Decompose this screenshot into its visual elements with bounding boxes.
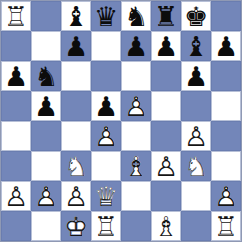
square-b7[interactable] xyxy=(31,31,61,61)
square-f3[interactable]: ♟♙ xyxy=(151,151,181,181)
square-b3[interactable] xyxy=(31,151,61,181)
black-rook[interactable]: ♜ xyxy=(151,1,181,31)
square-d7[interactable] xyxy=(91,31,121,61)
square-b1[interactable] xyxy=(31,211,61,241)
square-a1[interactable] xyxy=(1,211,31,241)
white-pawn[interactable]: ♟♙ xyxy=(181,121,211,151)
square-a8[interactable]: ♜♖ xyxy=(1,1,31,31)
square-b8[interactable] xyxy=(31,1,61,31)
black-pawn[interactable]: ♟ xyxy=(121,31,151,61)
square-d3[interactable] xyxy=(91,151,121,181)
white-pawn[interactable]: ♟♙ xyxy=(211,181,241,211)
square-d6[interactable] xyxy=(91,61,121,91)
square-b5[interactable]: ♟ xyxy=(31,91,61,121)
square-c7[interactable]: ♟ xyxy=(61,31,91,61)
white-king[interactable]: ♚♔ xyxy=(61,211,91,241)
white-pawn[interactable]: ♟♙ xyxy=(151,151,181,181)
square-h2[interactable]: ♟♙ xyxy=(211,181,241,211)
square-f4[interactable] xyxy=(151,121,181,151)
white-bishop[interactable]: ♝♗ xyxy=(121,151,151,181)
square-h3[interactable] xyxy=(211,151,241,181)
white-rook[interactable]: ♜♖ xyxy=(211,211,241,241)
square-b6[interactable]: ♞ xyxy=(31,61,61,91)
square-h8[interactable] xyxy=(211,1,241,31)
square-e6[interactable] xyxy=(121,61,151,91)
white-rook[interactable]: ♜♖ xyxy=(1,1,31,31)
white-rook[interactable]: ♜♖ xyxy=(91,211,121,241)
square-a2[interactable]: ♟♙ xyxy=(1,181,31,211)
white-pawn[interactable]: ♟♙ xyxy=(91,121,121,151)
black-knight[interactable]: ♞ xyxy=(31,61,61,91)
square-a6[interactable]: ♟ xyxy=(1,61,31,91)
square-g4[interactable]: ♟♙ xyxy=(181,121,211,151)
square-e7[interactable]: ♟ xyxy=(121,31,151,61)
square-a5[interactable] xyxy=(1,91,31,121)
square-g8[interactable]: ♚ xyxy=(181,1,211,31)
square-c2[interactable]: ♟♙ xyxy=(61,181,91,211)
square-d4[interactable]: ♟♙ xyxy=(91,121,121,151)
white-knight[interactable]: ♞♘ xyxy=(61,151,91,181)
black-pawn[interactable]: ♟ xyxy=(31,91,61,121)
white-knight[interactable]: ♞♘ xyxy=(181,151,211,181)
square-c1[interactable]: ♚♔ xyxy=(61,211,91,241)
black-pawn[interactable]: ♟ xyxy=(61,31,91,61)
white-pawn[interactable]: ♟♙ xyxy=(31,181,61,211)
square-g5[interactable] xyxy=(181,91,211,121)
white-bishop[interactable]: ♝♗ xyxy=(151,211,181,241)
square-g2[interactable] xyxy=(181,181,211,211)
white-pawn[interactable]: ♟♙ xyxy=(121,91,151,121)
square-c3[interactable]: ♞♘ xyxy=(61,151,91,181)
square-g6[interactable]: ♟ xyxy=(181,61,211,91)
black-pawn[interactable]: ♟ xyxy=(1,61,31,91)
square-h6[interactable] xyxy=(211,61,241,91)
square-e5[interactable]: ♟♙ xyxy=(121,91,151,121)
square-a4[interactable] xyxy=(1,121,31,151)
square-h5[interactable] xyxy=(211,91,241,121)
square-h1[interactable]: ♜♖ xyxy=(211,211,241,241)
square-a3[interactable] xyxy=(1,151,31,181)
square-c4[interactable] xyxy=(61,121,91,151)
square-e2[interactable] xyxy=(121,181,151,211)
square-b2[interactable]: ♟♙ xyxy=(31,181,61,211)
square-g3[interactable]: ♞♘ xyxy=(181,151,211,181)
black-bishop[interactable]: ♝ xyxy=(181,31,211,61)
square-f8[interactable]: ♜ xyxy=(151,1,181,31)
black-queen[interactable]: ♛ xyxy=(91,1,121,31)
square-f1[interactable]: ♝♗ xyxy=(151,211,181,241)
black-pawn[interactable]: ♟ xyxy=(211,31,241,61)
chess-board: ♜♖♝♛♞♜♚♟♟♟♝♟♟♞♟♟♟♟♙♟♙♟♙♞♘♝♗♟♙♞♘♟♙♟♙♟♙♛♕♟… xyxy=(0,0,242,242)
square-c5[interactable] xyxy=(61,91,91,121)
white-pawn[interactable]: ♟♙ xyxy=(61,181,91,211)
square-f2[interactable] xyxy=(151,181,181,211)
square-c6[interactable] xyxy=(61,61,91,91)
black-bishop[interactable]: ♝ xyxy=(61,1,91,31)
square-e8[interactable]: ♞ xyxy=(121,1,151,31)
black-pawn[interactable]: ♟ xyxy=(181,61,211,91)
square-d8[interactable]: ♛ xyxy=(91,1,121,31)
square-g1[interactable] xyxy=(181,211,211,241)
square-e3[interactable]: ♝♗ xyxy=(121,151,151,181)
square-f7[interactable]: ♟ xyxy=(151,31,181,61)
square-f5[interactable] xyxy=(151,91,181,121)
black-king[interactable]: ♚ xyxy=(181,1,211,31)
square-e4[interactable] xyxy=(121,121,151,151)
black-knight[interactable]: ♞ xyxy=(121,1,151,31)
square-h4[interactable] xyxy=(211,121,241,151)
square-c8[interactable]: ♝ xyxy=(61,1,91,31)
square-d1[interactable]: ♜♖ xyxy=(91,211,121,241)
square-f6[interactable] xyxy=(151,61,181,91)
square-g7[interactable]: ♝ xyxy=(181,31,211,61)
black-pawn[interactable]: ♟ xyxy=(151,31,181,61)
square-h7[interactable]: ♟ xyxy=(211,31,241,61)
white-queen[interactable]: ♛♕ xyxy=(91,181,121,211)
white-pawn[interactable]: ♟♙ xyxy=(1,181,31,211)
square-a7[interactable] xyxy=(1,31,31,61)
square-d5[interactable]: ♟ xyxy=(91,91,121,121)
square-d2[interactable]: ♛♕ xyxy=(91,181,121,211)
square-b4[interactable] xyxy=(31,121,61,151)
black-pawn[interactable]: ♟ xyxy=(91,91,121,121)
square-e1[interactable] xyxy=(121,211,151,241)
